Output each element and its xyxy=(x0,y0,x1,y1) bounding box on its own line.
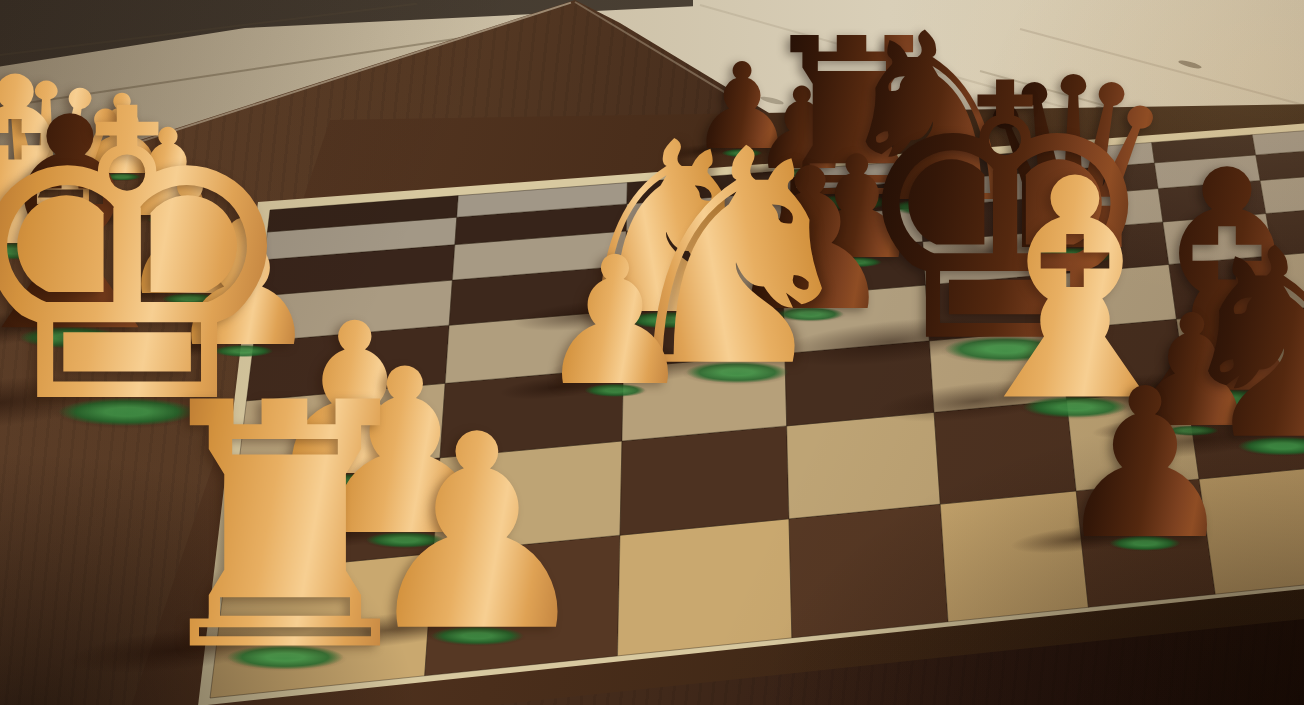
pieces-layer: ♟♟♟♜♞♟♛♝♛♟♟♟♞♝♚♟♞♟♝♝♚♟♞♟♟♟♟♜ xyxy=(0,0,1304,705)
piece-black-pawn-h6[interactable]: ♟ xyxy=(1052,361,1238,568)
piece-white-rook-h1[interactable]: ♜ xyxy=(133,359,436,697)
chess-scene: ♟♟♟♜♞♟♛♝♛♟♟♟♞♝♚♟♞♟♝♝♚♟♞♟♟♟♟♜ xyxy=(0,0,1304,705)
